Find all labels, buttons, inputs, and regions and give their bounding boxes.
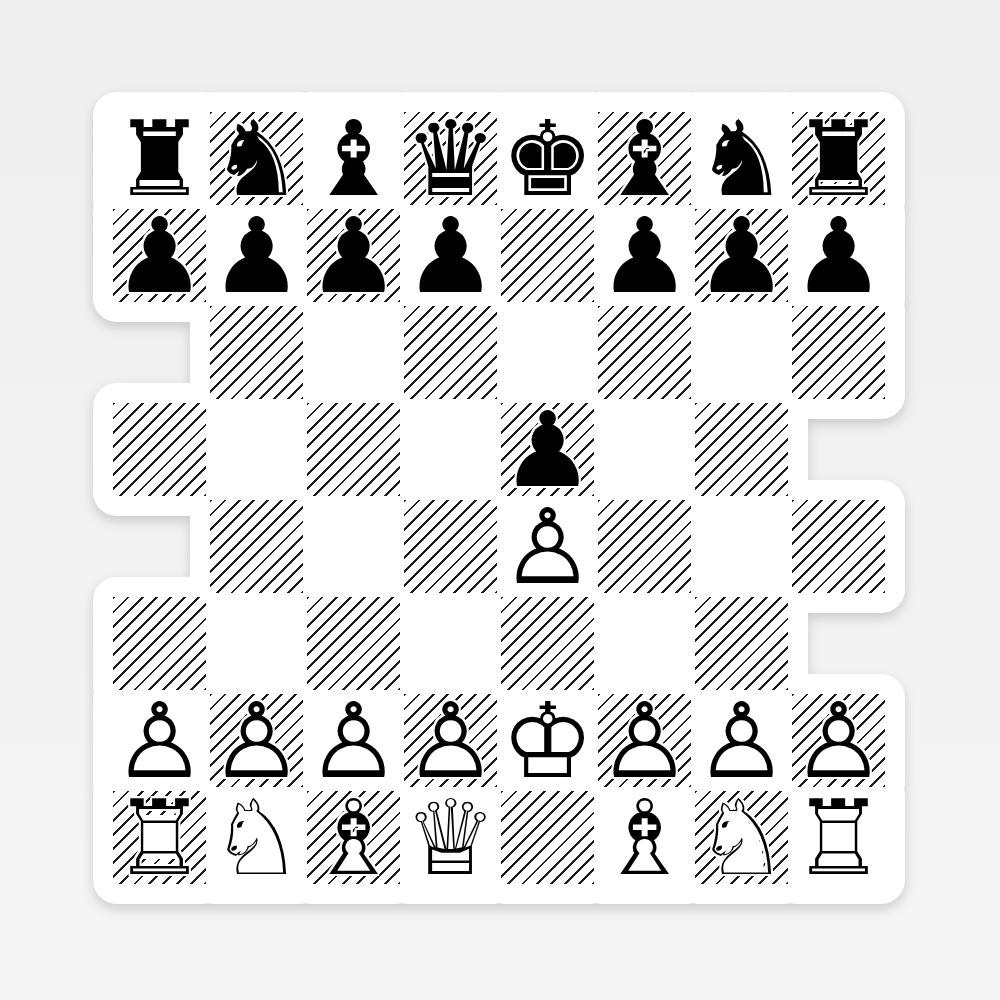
square-g5 [693, 401, 790, 498]
square-h6 [790, 304, 887, 401]
white-rook-icon: ♖ [792, 777, 885, 899]
square-e4: ♙ [499, 498, 596, 595]
black-pawn-icon: ♟ [404, 195, 497, 317]
square-a2: ♙ [111, 692, 208, 789]
square-d1: ♕ [402, 789, 499, 886]
square-d5 [402, 401, 499, 498]
white-queen-icon: ♕ [404, 777, 497, 899]
square-e7 [499, 207, 596, 304]
square-b8: ♞ [208, 110, 305, 207]
white-bishop-icon: ♗ [598, 777, 691, 899]
chess-sticker: ♜♞♝♛♚♝♞♜♟♟♟♟♟♟♟♟♙♙♙♙♙♔♙♙♙♖♘♗♕♗♘♖ [0, 0, 1000, 1000]
chess-board: ♜♞♝♛♚♝♞♜♟♟♟♟♟♟♟♟♙♙♙♙♙♔♙♙♙♖♘♗♕♗♘♖ [111, 110, 887, 886]
square-c1: ♗ [305, 789, 402, 886]
square-a1: ♖ [111, 789, 208, 886]
square-g6 [693, 304, 790, 401]
white-knight-icon: ♘ [695, 777, 788, 899]
square-b1: ♘ [208, 789, 305, 886]
piece-white-queen-d1: ♕ [404, 786, 497, 890]
white-pawn-icon: ♙ [501, 486, 594, 608]
square-f2: ♙ [596, 692, 693, 789]
piece-white-pawn-e4: ♙ [501, 495, 594, 599]
square-a6 [111, 304, 208, 401]
piece-black-pawn-f7: ♟ [598, 204, 691, 308]
square-a4 [111, 498, 208, 595]
square-b7: ♟ [208, 207, 305, 304]
square-g2: ♙ [693, 692, 790, 789]
square-c3 [305, 595, 402, 692]
white-knight-icon: ♘ [210, 777, 303, 899]
square-a7: ♟ [111, 207, 208, 304]
square-a8: ♜ [111, 110, 208, 207]
square-e6 [499, 304, 596, 401]
square-f3 [596, 595, 693, 692]
piece-white-rook-a1: ♖ [113, 786, 206, 890]
square-h3 [790, 595, 887, 692]
square-c8: ♝ [305, 110, 402, 207]
square-h7: ♟ [790, 207, 887, 304]
square-e1 [499, 789, 596, 886]
black-pawn-icon: ♟ [598, 195, 691, 317]
black-pawn-icon: ♟ [695, 195, 788, 317]
square-f7: ♟ [596, 207, 693, 304]
square-d3 [402, 595, 499, 692]
square-g4 [693, 498, 790, 595]
black-pawn-icon: ♟ [210, 195, 303, 317]
piece-black-king-e8: ♚ [501, 107, 594, 211]
piece-white-bishop-f1: ♗ [598, 786, 691, 890]
square-d7: ♟ [402, 207, 499, 304]
square-f5 [596, 401, 693, 498]
square-c7: ♟ [305, 207, 402, 304]
square-f8: ♝ [596, 110, 693, 207]
square-e3 [499, 595, 596, 692]
square-g3 [693, 595, 790, 692]
piece-black-pawn-a7: ♟ [113, 204, 206, 308]
square-h5 [790, 401, 887, 498]
square-d8: ♛ [402, 110, 499, 207]
square-f1: ♗ [596, 789, 693, 886]
black-king-icon: ♚ [501, 98, 594, 220]
piece-white-rook-h1: ♖ [792, 786, 885, 890]
piece-white-knight-g1: ♘ [695, 786, 788, 890]
square-b5 [208, 401, 305, 498]
square-f4 [596, 498, 693, 595]
piece-white-king-e2: ♔ [501, 689, 594, 793]
square-c5 [305, 401, 402, 498]
square-c6 [305, 304, 402, 401]
square-b2: ♙ [208, 692, 305, 789]
square-h2: ♙ [790, 692, 887, 789]
piece-white-knight-b1: ♘ [210, 786, 303, 890]
white-king-icon: ♔ [501, 680, 594, 802]
square-a3 [111, 595, 208, 692]
square-h4 [790, 498, 887, 595]
black-pawn-icon: ♟ [307, 195, 400, 317]
piece-white-bishop-c1: ♗ [307, 786, 400, 890]
square-c2: ♙ [305, 692, 402, 789]
black-pawn-icon: ♟ [113, 195, 206, 317]
square-g1: ♘ [693, 789, 790, 886]
square-c4 [305, 498, 402, 595]
piece-black-pawn-c7: ♟ [307, 204, 400, 308]
square-h8: ♜ [790, 110, 887, 207]
square-g8: ♞ [693, 110, 790, 207]
square-b3 [208, 595, 305, 692]
square-d6 [402, 304, 499, 401]
square-e8: ♚ [499, 110, 596, 207]
square-b4 [208, 498, 305, 595]
page-background: ♜♞♝♛♚♝♞♜♟♟♟♟♟♟♟♟♙♙♙♙♙♔♙♙♙♖♘♗♕♗♘♖ [0, 0, 1000, 1000]
square-b6 [208, 304, 305, 401]
piece-black-pawn-h7: ♟ [792, 204, 885, 308]
piece-black-pawn-d7: ♟ [404, 204, 497, 308]
black-pawn-icon: ♟ [792, 195, 885, 317]
piece-black-pawn-g7: ♟ [695, 204, 788, 308]
square-d2: ♙ [402, 692, 499, 789]
white-rook-icon: ♖ [113, 777, 206, 899]
square-d4 [402, 498, 499, 595]
square-g7: ♟ [693, 207, 790, 304]
piece-black-pawn-b7: ♟ [210, 204, 303, 308]
square-e5: ♟ [499, 401, 596, 498]
white-bishop-icon: ♗ [307, 777, 400, 899]
square-e2: ♔ [499, 692, 596, 789]
square-h1: ♖ [790, 789, 887, 886]
square-f6 [596, 304, 693, 401]
square-a5 [111, 401, 208, 498]
